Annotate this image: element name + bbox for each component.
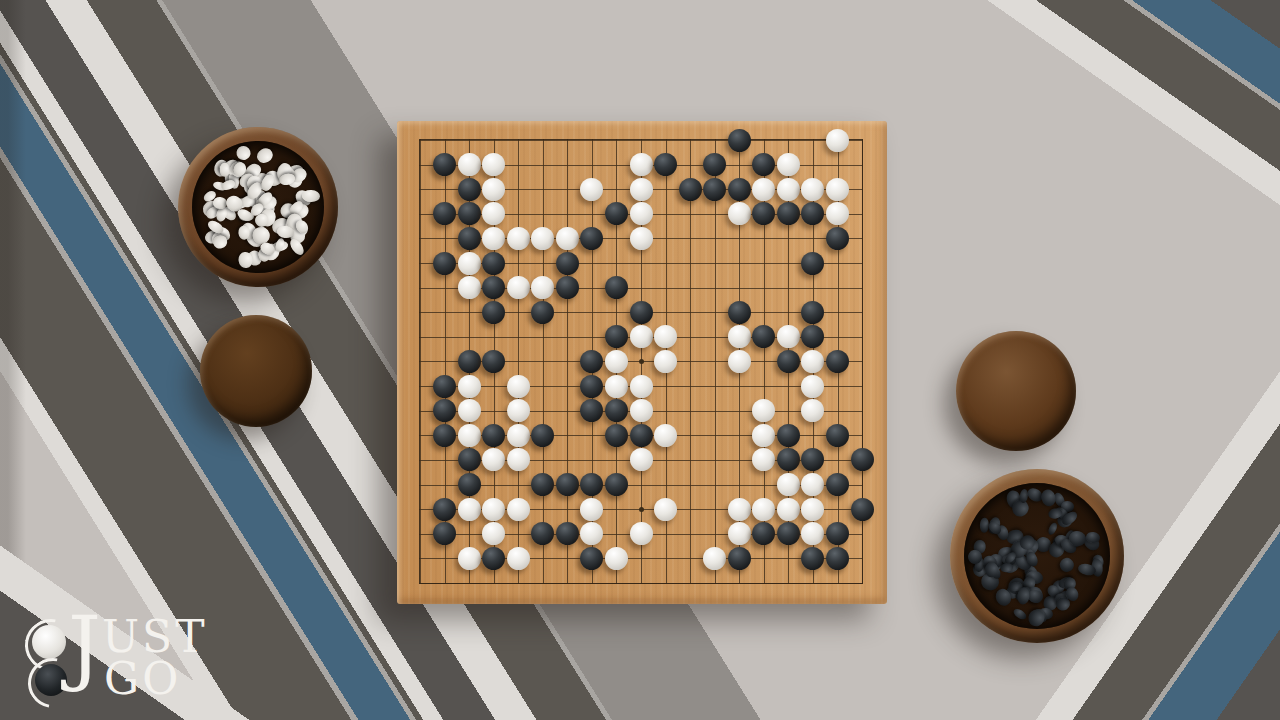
black-stone xyxy=(777,350,800,373)
white-stone xyxy=(580,498,603,521)
white-stone xyxy=(556,227,579,250)
white-stone xyxy=(654,498,677,521)
white-stone xyxy=(826,178,849,201)
black-stone xyxy=(851,498,874,521)
black-stone xyxy=(605,399,628,422)
black-stone xyxy=(801,325,824,348)
black-stone xyxy=(433,202,456,225)
white-stone xyxy=(777,325,800,348)
black-stone xyxy=(580,350,603,373)
black-stone xyxy=(801,547,824,570)
white-stone xyxy=(507,276,530,299)
white-stone xyxy=(507,375,530,398)
black-stone xyxy=(580,227,603,250)
black-stone xyxy=(458,202,481,225)
game-logo: J UST GO xyxy=(24,604,224,708)
white-stone xyxy=(458,424,481,447)
black-stone xyxy=(605,473,628,496)
black-stone xyxy=(433,498,456,521)
white-stone xyxy=(630,153,653,176)
black-stone xyxy=(801,252,824,275)
bowl-black-stone xyxy=(1011,607,1027,621)
game-scene: J UST GO xyxy=(0,0,1280,720)
bowl-lid-left xyxy=(200,315,312,427)
white-stone xyxy=(752,178,775,201)
black-stone xyxy=(826,227,849,250)
white-stone xyxy=(728,350,751,373)
go-board-grid[interactable] xyxy=(419,139,863,584)
white-stone xyxy=(580,522,603,545)
black-stone xyxy=(752,202,775,225)
black-stone xyxy=(458,178,481,201)
black-stone xyxy=(654,153,677,176)
white-stone xyxy=(630,522,653,545)
black-stone xyxy=(556,276,579,299)
black-stone xyxy=(556,473,579,496)
logo-initial: J xyxy=(68,606,101,688)
white-stone xyxy=(507,399,530,422)
black-stone xyxy=(433,375,456,398)
black-stone xyxy=(458,473,481,496)
black-stone xyxy=(777,448,800,471)
bowl-black-stone xyxy=(1040,488,1058,508)
white-stone xyxy=(630,375,653,398)
black-stone xyxy=(728,178,751,201)
white-stone xyxy=(801,522,824,545)
white-stone xyxy=(777,153,800,176)
black-stone xyxy=(605,325,628,348)
star-point xyxy=(639,507,644,512)
white-stone xyxy=(458,375,481,398)
white-stone xyxy=(728,498,751,521)
black-stone xyxy=(801,448,824,471)
black-stone xyxy=(728,547,751,570)
white-stone xyxy=(458,547,481,570)
black-stone xyxy=(605,202,628,225)
black-stone xyxy=(482,547,505,570)
black-stone xyxy=(482,424,505,447)
black-stone xyxy=(605,424,628,447)
black-stone xyxy=(482,350,505,373)
black-stone xyxy=(433,153,456,176)
white-stone xyxy=(507,547,530,570)
black-stone xyxy=(580,473,603,496)
black-stone xyxy=(826,522,849,545)
white-stone xyxy=(654,350,677,373)
bowl-white-stone xyxy=(237,225,249,240)
white-stone xyxy=(777,498,800,521)
white-stone xyxy=(630,399,653,422)
black-stone xyxy=(777,424,800,447)
black-stone xyxy=(458,350,481,373)
white-stone xyxy=(728,202,751,225)
white-stone xyxy=(605,375,628,398)
black-stone xyxy=(531,522,554,545)
white-stone xyxy=(801,473,824,496)
bowl-white-stone xyxy=(255,146,275,166)
white-stone xyxy=(458,276,481,299)
black-stone xyxy=(630,424,653,447)
bowl-black-stone xyxy=(1057,555,1076,574)
white-stone xyxy=(826,129,849,152)
go-board[interactable] xyxy=(397,121,887,604)
black-stone xyxy=(458,227,481,250)
white-stone xyxy=(801,498,824,521)
white-stone xyxy=(728,522,751,545)
white-stone xyxy=(482,522,505,545)
white-stone xyxy=(801,399,824,422)
black-stone xyxy=(777,522,800,545)
bowl-black-stone xyxy=(985,562,999,577)
black-stone xyxy=(801,301,824,324)
bowl-white-stone xyxy=(234,144,252,162)
black-stone xyxy=(433,424,456,447)
white-stone xyxy=(752,399,775,422)
black-stone xyxy=(605,276,628,299)
white-stone xyxy=(703,547,726,570)
white-stone xyxy=(458,153,481,176)
white-stone xyxy=(482,448,505,471)
black-stone xyxy=(580,547,603,570)
white-stone xyxy=(630,448,653,471)
logo-line2: GO xyxy=(104,657,181,701)
white-stone xyxy=(826,202,849,225)
white-stone xyxy=(801,178,824,201)
white-stone xyxy=(630,227,653,250)
black-stone xyxy=(580,399,603,422)
white-stone xyxy=(752,448,775,471)
white-stone xyxy=(482,227,505,250)
white-stone xyxy=(482,202,505,225)
white-stone xyxy=(654,424,677,447)
black-stone xyxy=(556,252,579,275)
black-stone xyxy=(826,473,849,496)
black-stone xyxy=(752,153,775,176)
white-stone xyxy=(777,178,800,201)
bowl-black-stone xyxy=(1017,587,1030,605)
black-stone xyxy=(433,522,456,545)
black-stone xyxy=(851,448,874,471)
white-stone xyxy=(605,350,628,373)
black-stone xyxy=(826,424,849,447)
black-stone xyxy=(679,178,702,201)
white-stone xyxy=(458,498,481,521)
black-stone xyxy=(703,178,726,201)
white-stone xyxy=(458,399,481,422)
white-stone xyxy=(752,424,775,447)
white-stone xyxy=(801,350,824,373)
white-stone-bowl-cavity xyxy=(192,141,324,273)
white-stone xyxy=(654,325,677,348)
black-stone xyxy=(777,202,800,225)
white-stone xyxy=(482,178,505,201)
black-stone xyxy=(752,325,775,348)
white-stone-bowl xyxy=(178,127,338,287)
white-stone xyxy=(777,473,800,496)
black-stone xyxy=(703,153,726,176)
white-stone xyxy=(507,227,530,250)
black-stone xyxy=(433,399,456,422)
white-stone xyxy=(458,252,481,275)
bowl-white-stone xyxy=(301,189,319,202)
black-stone xyxy=(531,301,554,324)
white-stone xyxy=(605,547,628,570)
white-stone xyxy=(507,498,530,521)
black-stone xyxy=(752,522,775,545)
black-stone xyxy=(531,473,554,496)
white-stone xyxy=(801,375,824,398)
white-stone xyxy=(507,448,530,471)
white-stone xyxy=(728,325,751,348)
white-stone xyxy=(531,227,554,250)
black-stone xyxy=(458,448,481,471)
black-stone xyxy=(826,547,849,570)
black-stone xyxy=(801,202,824,225)
bowl-lid-right xyxy=(956,331,1076,451)
black-stone xyxy=(433,252,456,275)
white-stone xyxy=(630,325,653,348)
black-stone xyxy=(482,276,505,299)
black-stone xyxy=(728,301,751,324)
white-stone xyxy=(482,153,505,176)
star-point xyxy=(639,359,644,364)
white-stone xyxy=(580,178,603,201)
white-stone xyxy=(630,178,653,201)
black-stone-bowl-cavity xyxy=(964,483,1110,629)
black-stone xyxy=(556,522,579,545)
black-stone xyxy=(630,301,653,324)
bowl-white-stone xyxy=(274,237,286,253)
white-stone xyxy=(482,498,505,521)
white-stone xyxy=(752,498,775,521)
black-stone xyxy=(826,350,849,373)
white-stone xyxy=(507,424,530,447)
logo-black-stone-icon xyxy=(35,664,67,696)
black-stone xyxy=(728,129,751,152)
black-stone-bowl xyxy=(950,469,1124,643)
black-stone xyxy=(531,424,554,447)
logo-white-stone-icon xyxy=(32,625,66,659)
black-stone xyxy=(580,375,603,398)
black-stone xyxy=(482,252,505,275)
white-stone xyxy=(630,202,653,225)
black-stone xyxy=(482,301,505,324)
white-stone xyxy=(531,276,554,299)
